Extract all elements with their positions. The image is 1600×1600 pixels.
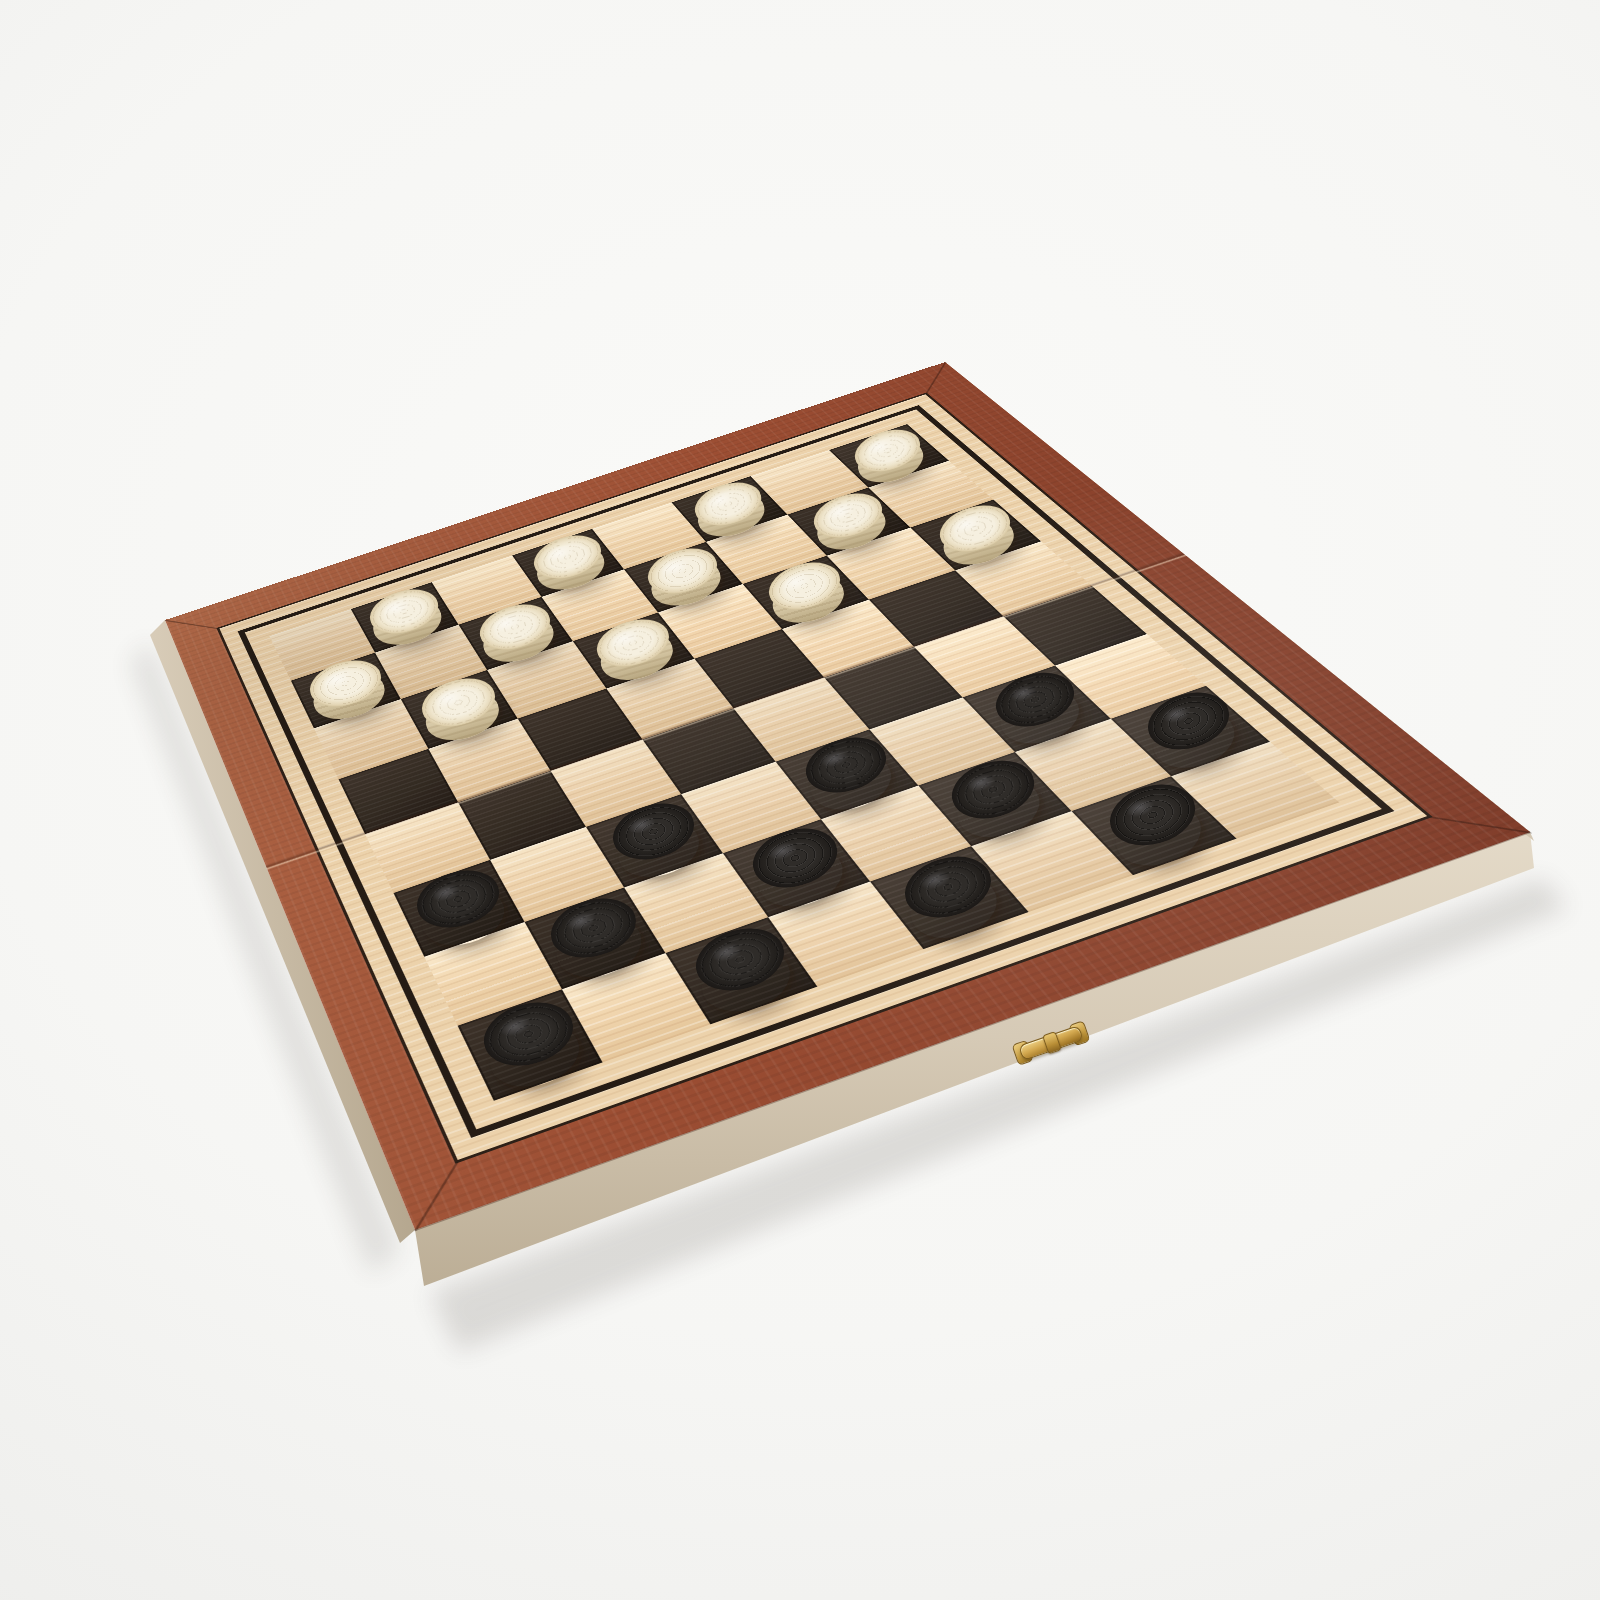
photo-scene <box>0 0 1600 1600</box>
